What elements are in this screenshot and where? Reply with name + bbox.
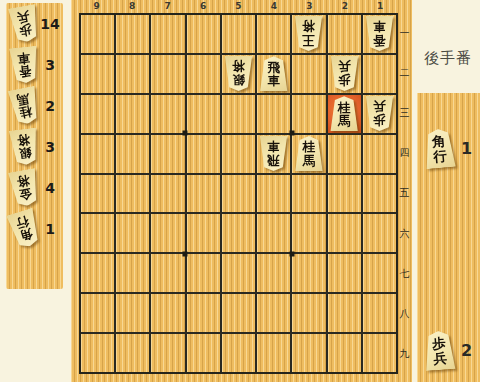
- square-5九[interactable]: [222, 334, 255, 372]
- piece-kanji: 将: [16, 173, 31, 188]
- square-7五[interactable]: [151, 175, 184, 213]
- square-7三[interactable]: [151, 95, 184, 133]
- square-8五[interactable]: [116, 175, 149, 213]
- square-7二[interactable]: [151, 55, 184, 93]
- piece-lance-gote[interactable]: 香車: [365, 16, 394, 51]
- piece-kanji: 歩: [338, 74, 351, 87]
- rank-label-六: 六: [397, 214, 412, 254]
- piece-silver-gote[interactable]: 銀将: [224, 56, 253, 91]
- square-1七[interactable]: [363, 254, 396, 292]
- square-8六[interactable]: [116, 214, 149, 252]
- piece-kanji: 車: [267, 140, 280, 153]
- gote-hand-tray: 歩兵14香車3桂馬2銀将3金将4角行1: [6, 3, 63, 289]
- piece-gold-gote[interactable]: 金将: [10, 170, 39, 206]
- sente-hand-count: 2: [455, 341, 478, 360]
- rank-label-五: 五: [397, 173, 412, 213]
- piece-pawn-gote[interactable]: 歩兵: [330, 56, 359, 91]
- square-2一[interactable]: [328, 15, 361, 53]
- square-6八[interactable]: [187, 294, 220, 332]
- piece-kanji: 馬: [16, 91, 31, 106]
- square-9九[interactable]: [81, 334, 114, 372]
- square-3九[interactable]: [292, 334, 325, 372]
- shogi-board: 王将香車銀将飛車歩兵桂馬歩兵飛車桂馬: [79, 13, 398, 374]
- piece-rook-sente[interactable]: 飛車: [259, 56, 288, 91]
- square-2八[interactable]: [328, 294, 361, 332]
- square-7四[interactable]: [151, 135, 184, 173]
- piece-kanji: 将: [17, 133, 31, 148]
- square-6七[interactable]: [187, 254, 220, 292]
- file-label-2: 2: [327, 0, 362, 13]
- file-label-6: 6: [185, 0, 220, 13]
- sente-hand-item-pawn: 歩兵2: [417, 331, 480, 370]
- square-6九[interactable]: [187, 334, 220, 372]
- piece-kanji: 車: [373, 21, 386, 34]
- piece-king-gote[interactable]: 王将: [294, 16, 323, 51]
- piece-kanji: 兵: [373, 101, 386, 114]
- square-7九[interactable]: [151, 334, 184, 372]
- rank-label-三: 三: [397, 93, 412, 133]
- square-6二[interactable]: [187, 55, 220, 93]
- sente-hand-tray: 角行1歩兵2: [417, 93, 480, 382]
- square-8三[interactable]: [116, 95, 149, 133]
- piece-lance-gote[interactable]: 香車: [10, 47, 39, 83]
- square-3二[interactable]: [292, 55, 325, 93]
- square-6四[interactable]: [187, 135, 220, 173]
- square-2三[interactable]: 桂馬: [328, 95, 361, 133]
- square-6六[interactable]: [187, 214, 220, 252]
- piece-kanji: 歩: [373, 114, 386, 127]
- gote-hand-item-pawn: 歩兵14: [6, 3, 63, 44]
- square-3三[interactable]: [292, 95, 325, 133]
- square-8八[interactable]: [116, 294, 149, 332]
- square-5七[interactable]: [222, 254, 255, 292]
- piece-kanji: 将: [303, 21, 316, 34]
- square-2二[interactable]: 歩兵: [328, 55, 361, 93]
- square-8二[interactable]: [116, 55, 149, 93]
- gote-hand-count: 2: [39, 98, 61, 114]
- square-3四[interactable]: 桂馬: [292, 135, 325, 173]
- square-6一[interactable]: [187, 15, 220, 53]
- piece-bishop-sente[interactable]: 角行: [424, 129, 455, 168]
- square-2五[interactable]: [328, 175, 361, 213]
- square-8四[interactable]: [116, 135, 149, 173]
- square-4一[interactable]: [257, 15, 290, 53]
- file-label-9: 9: [79, 0, 114, 13]
- square-1四[interactable]: [363, 135, 396, 173]
- rank-label-九: 九: [397, 334, 412, 374]
- square-1九[interactable]: [363, 334, 396, 372]
- file-label-1: 1: [363, 0, 398, 13]
- file-label-5: 5: [221, 0, 256, 13]
- piece-silver-gote[interactable]: 銀将: [10, 129, 39, 165]
- square-1六[interactable]: [363, 214, 396, 252]
- gote-hand-count: 3: [39, 139, 61, 155]
- square-3五[interactable]: [292, 175, 325, 213]
- gote-hand-item-silver: 銀将3: [6, 126, 63, 167]
- gote-hand-count: 1: [39, 221, 61, 237]
- square-5四[interactable]: [222, 135, 255, 173]
- square-8一[interactable]: [116, 15, 149, 53]
- square-7一[interactable]: [151, 15, 184, 53]
- square-7八[interactable]: [151, 294, 184, 332]
- piece-rook-gote[interactable]: 飛車: [259, 136, 288, 171]
- piece-kanji: 馬: [338, 114, 351, 127]
- file-label-7: 7: [150, 0, 185, 13]
- square-7七[interactable]: [151, 254, 184, 292]
- rank-label-一: 一: [397, 13, 412, 53]
- piece-pawn-gote[interactable]: 歩兵: [365, 96, 394, 131]
- rank-label-七: 七: [397, 254, 412, 294]
- square-8七[interactable]: [116, 254, 149, 292]
- piece-kanji: 香: [373, 34, 386, 47]
- piece-kanji: 銀: [232, 74, 245, 87]
- square-2七[interactable]: [328, 254, 361, 292]
- shogi-app: 歩兵14香車3桂馬2銀将3金将4角行1 987654321 王将香車銀将飛車歩兵…: [0, 0, 480, 382]
- piece-kanji: 兵: [433, 350, 447, 365]
- piece-pawn-gote[interactable]: 歩兵: [10, 6, 39, 42]
- square-9六[interactable]: [81, 214, 114, 252]
- piece-kanji: 馬: [303, 154, 316, 167]
- piece-knight-sente[interactable]: 桂馬: [330, 96, 359, 131]
- sente-hand-count: 1: [455, 139, 478, 158]
- piece-kanji: 桂: [338, 101, 351, 114]
- square-3七[interactable]: [292, 254, 325, 292]
- square-4六[interactable]: [257, 214, 290, 252]
- piece-kanji: 兵: [16, 9, 31, 24]
- gote-hand-count: 14: [39, 16, 61, 32]
- square-4二[interactable]: 飛車: [257, 55, 290, 93]
- gote-hand-item-lance: 香車3: [6, 44, 63, 85]
- piece-kanji: 兵: [338, 61, 351, 74]
- piece-kanji: 将: [232, 61, 245, 74]
- file-label-8: 8: [114, 0, 149, 13]
- piece-kanji: 車: [17, 51, 31, 65]
- square-1八[interactable]: [363, 294, 396, 332]
- gote-hand-count: 3: [39, 57, 61, 73]
- piece-bishop-gote[interactable]: 角行: [10, 211, 39, 247]
- file-label-4: 4: [256, 0, 291, 13]
- piece-kanji: 行: [433, 148, 448, 163]
- square-2九[interactable]: [328, 334, 361, 372]
- square-9七[interactable]: [81, 254, 114, 292]
- gote-hand-item-gold: 金将4: [6, 167, 63, 208]
- piece-knight-sente[interactable]: 桂馬: [294, 136, 323, 171]
- piece-kanji: 飛: [267, 61, 280, 74]
- square-5八[interactable]: [222, 294, 255, 332]
- gote-hand-item-bishop: 角行1: [6, 208, 63, 249]
- square-5六[interactable]: [222, 214, 255, 252]
- rank-label-四: 四: [397, 133, 412, 173]
- shogi-board-panel: 987654321 王将香車銀将飛車歩兵桂馬歩兵飛車桂馬 一二三四五六七八九: [71, 0, 412, 382]
- square-9三[interactable]: [81, 95, 114, 133]
- piece-kanji: 王: [303, 34, 316, 47]
- piece-pawn-sente[interactable]: 歩兵: [424, 331, 455, 370]
- square-4五[interactable]: [257, 175, 290, 213]
- square-9四[interactable]: [81, 135, 114, 173]
- square-5三[interactable]: [222, 95, 255, 133]
- square-9一[interactable]: [81, 15, 114, 53]
- square-5五[interactable]: [222, 175, 255, 213]
- square-4四[interactable]: 飛車: [257, 135, 290, 173]
- piece-kanji: 行: [15, 214, 31, 230]
- square-4八[interactable]: [257, 294, 290, 332]
- file-labels: 987654321: [79, 0, 398, 13]
- square-9二[interactable]: [81, 55, 114, 93]
- piece-knight-gote[interactable]: 桂馬: [10, 88, 39, 124]
- sente-hand-item-bishop: 角行1: [417, 129, 480, 168]
- square-1五[interactable]: [363, 175, 396, 213]
- square-2六[interactable]: [328, 214, 361, 252]
- square-9八[interactable]: [81, 294, 114, 332]
- square-7六[interactable]: [151, 214, 184, 252]
- square-8九[interactable]: [116, 334, 149, 372]
- square-9五[interactable]: [81, 175, 114, 213]
- rank-labels: 一二三四五六七八九: [397, 13, 412, 374]
- square-6三[interactable]: [187, 95, 220, 133]
- gote-hand-count: 4: [39, 180, 61, 196]
- square-1三[interactable]: 歩兵: [363, 95, 396, 133]
- turn-indicator: 後手番: [417, 49, 479, 68]
- file-label-3: 3: [292, 0, 327, 13]
- square-3六[interactable]: [292, 214, 325, 252]
- square-5二[interactable]: 銀将: [222, 55, 255, 93]
- square-5一[interactable]: [222, 15, 255, 53]
- square-4九[interactable]: [257, 334, 290, 372]
- rank-label-二: 二: [397, 53, 412, 93]
- piece-kanji: 車: [267, 74, 280, 87]
- square-1一[interactable]: 香車: [363, 15, 396, 53]
- square-2四[interactable]: [328, 135, 361, 173]
- square-4七[interactable]: [257, 254, 290, 292]
- square-3一[interactable]: 王将: [292, 15, 325, 53]
- square-4三[interactable]: [257, 95, 290, 133]
- piece-kanji: 飛: [267, 154, 280, 167]
- rank-label-八: 八: [397, 294, 412, 334]
- square-6五[interactable]: [187, 175, 220, 213]
- square-1二[interactable]: [363, 55, 396, 93]
- square-3八[interactable]: [292, 294, 325, 332]
- gote-hand-item-knight: 桂馬2: [6, 85, 63, 126]
- piece-kanji: 桂: [303, 140, 316, 153]
